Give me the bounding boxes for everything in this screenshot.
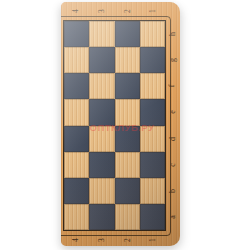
square-d2[interactable] — [115, 126, 140, 152]
coordinate-strip-right-cell: g — [165, 47, 180, 73]
coordinate-label: 2 — [123, 238, 131, 242]
board-photo: 4321 hgfedcba 4321 ОПТКЛУБ.РУ — [0, 0, 250, 250]
coordinate-label: a — [169, 215, 177, 219]
square-g1[interactable] — [140, 47, 165, 73]
square-c4[interactable] — [64, 152, 89, 178]
square-f3[interactable] — [89, 73, 114, 99]
square-e1[interactable] — [140, 99, 165, 125]
coordinate-strip-top-cell: 3 — [89, 4, 115, 18]
coordinate-label: 1 — [149, 238, 157, 242]
coordinate-strip-right-cell: f — [165, 73, 180, 99]
coordinate-label: c — [169, 163, 177, 167]
coordinate-strip-right-cell: b — [165, 178, 180, 204]
chess-board: 4321 hgfedcba 4321 ОПТКЛУБ.РУ — [61, 2, 180, 246]
coordinate-label: 3 — [98, 9, 106, 13]
coordinate-strip-bottom-cell: 4 — [63, 233, 89, 246]
coordinate-label: h — [169, 32, 177, 36]
square-a2[interactable] — [115, 204, 140, 230]
square-a1[interactable] — [140, 204, 165, 230]
coordinate-strip-bottom-cell: 1 — [140, 233, 166, 246]
square-h1[interactable] — [140, 21, 165, 47]
square-c1[interactable] — [140, 152, 165, 178]
square-d1[interactable] — [140, 126, 165, 152]
square-h3[interactable] — [89, 21, 114, 47]
coordinate-label: 1 — [149, 9, 157, 13]
square-d3[interactable] — [89, 126, 114, 152]
coordinate-label: 4 — [72, 238, 80, 242]
coordinate-strip-right-cell: d — [165, 126, 180, 152]
square-a3[interactable] — [89, 204, 114, 230]
square-e2[interactable] — [115, 99, 140, 125]
square-h2[interactable] — [115, 21, 140, 47]
coordinate-strip-right-cell: h — [165, 21, 180, 47]
square-c3[interactable] — [89, 152, 114, 178]
square-g2[interactable] — [115, 47, 140, 73]
coordinate-strip-bottom-cell: 3 — [89, 233, 115, 246]
coordinate-strip-right-cell: c — [165, 152, 180, 178]
coordinate-strip-top-cell: 4 — [63, 4, 89, 18]
square-g4[interactable] — [64, 47, 89, 73]
coordinate-strip-bottom-cell: 2 — [115, 233, 141, 246]
coordinate-label: 3 — [98, 238, 106, 242]
square-f2[interactable] — [115, 73, 140, 99]
coordinate-strip-right-cell: e — [165, 99, 180, 125]
square-b1[interactable] — [140, 178, 165, 204]
square-f4[interactable] — [64, 73, 89, 99]
coordinate-label: b — [169, 189, 177, 193]
coordinate-label: g — [169, 58, 177, 62]
coordinate-strip-top-cell: 2 — [115, 4, 141, 18]
coordinate-label: d — [169, 137, 177, 141]
square-a4[interactable] — [64, 204, 89, 230]
square-e4[interactable] — [64, 99, 89, 125]
square-d4[interactable] — [64, 126, 89, 152]
square-g3[interactable] — [89, 47, 114, 73]
square-h4[interactable] — [64, 21, 89, 47]
coordinate-strip-top: 4321 — [63, 4, 166, 18]
square-e3[interactable] — [89, 99, 114, 125]
coordinate-label: e — [169, 111, 177, 115]
coordinate-strip-bottom: 4321 — [63, 233, 166, 246]
coordinate-label: f — [168, 85, 176, 88]
square-b4[interactable] — [64, 178, 89, 204]
board-grid — [63, 20, 166, 231]
square-b2[interactable] — [115, 178, 140, 204]
coordinate-strip-right-cell: a — [165, 204, 180, 230]
coordinate-label: 2 — [123, 9, 131, 13]
square-b3[interactable] — [89, 178, 114, 204]
coordinate-strip-right: hgfedcba — [165, 21, 180, 230]
square-f1[interactable] — [140, 73, 165, 99]
square-c2[interactable] — [115, 152, 140, 178]
coordinate-label: 4 — [72, 9, 80, 13]
coordinate-strip-top-cell: 1 — [140, 4, 166, 18]
